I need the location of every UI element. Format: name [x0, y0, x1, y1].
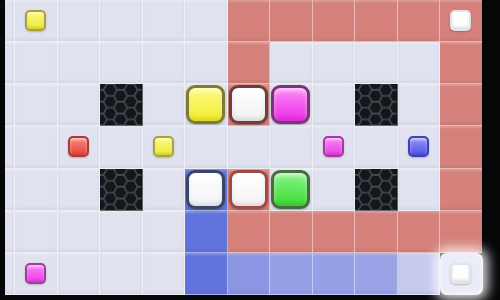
cell-r6-c6 — [228, 253, 271, 295]
board-grid — [5, 0, 483, 295]
cell-r6-c5 — [185, 253, 228, 295]
small-magenta-tile[interactable] — [323, 136, 344, 157]
cell-r6-c1 — [15, 253, 58, 295]
cell-r5-c9 — [355, 211, 398, 253]
cell-r2-c6 — [228, 84, 271, 126]
large-magenta-tile[interactable] — [271, 85, 310, 124]
cell-r3-c7 — [270, 126, 313, 168]
cell-r4-c8 — [313, 169, 356, 211]
cell-r5-c4 — [143, 211, 186, 253]
cell-r2-c0 — [5, 84, 15, 126]
cell-r0-c2 — [58, 0, 101, 42]
cell-r3-c9 — [355, 126, 398, 168]
game-screen — [0, 0, 500, 300]
cell-r6-c4 — [143, 253, 186, 295]
cell-r3-c11 — [440, 126, 483, 168]
cell-r3-c1 — [15, 126, 58, 168]
small-yellow-tile[interactable] — [25, 10, 46, 31]
cell-r2-c8 — [313, 84, 356, 126]
cell-r1-c4 — [143, 42, 186, 84]
cell-r4-c11 — [440, 169, 483, 211]
left-frame-bar — [0, 0, 5, 300]
cell-r5-c11 — [440, 211, 483, 253]
cell-r3-c10 — [398, 126, 441, 168]
cell-r0-c9 — [355, 0, 398, 42]
cell-r6-c9 — [355, 253, 398, 295]
large-white-red-tile[interactable] — [229, 170, 268, 209]
cell-r1-c2 — [58, 42, 101, 84]
cell-r6-c7 — [270, 253, 313, 295]
cell-r4-c0 — [5, 169, 15, 211]
cell-r0-c10 — [398, 0, 441, 42]
cell-r6-c0 — [5, 253, 15, 295]
cell-r5-c7 — [270, 211, 313, 253]
cell-r5-c10 — [398, 211, 441, 253]
cell-r2-c10 — [398, 84, 441, 126]
cell-r0-c1 — [15, 0, 58, 42]
cell-r5-c3 — [100, 211, 143, 253]
cell-r5-c5 — [185, 211, 228, 253]
cell-r0-c7 — [270, 0, 313, 42]
cell-r1-c9 — [355, 42, 398, 84]
cell-r4-c5 — [185, 169, 228, 211]
cell-r1-c10 — [398, 42, 441, 84]
cell-r6-c2 — [58, 253, 101, 295]
cell-r2-c7 — [270, 84, 313, 126]
cell-r0-c4 — [143, 0, 186, 42]
wall-block-r4-c3 — [100, 169, 143, 211]
small-yellow-tile[interactable] — [153, 136, 174, 157]
cell-r2-c5 — [185, 84, 228, 126]
goal-cell — [440, 253, 483, 295]
cell-r4-c7 — [270, 169, 313, 211]
cell-r0-c3 — [100, 0, 143, 42]
wall-block-r2-c9 — [355, 84, 398, 126]
cell-r3-c5 — [185, 126, 228, 168]
large-white-dark-tile[interactable] — [229, 85, 268, 124]
wall-block-r4-c9 — [355, 169, 398, 211]
wall-block-r2-c3 — [100, 84, 143, 126]
cell-r2-c1 — [15, 84, 58, 126]
cell-r6-c3 — [100, 253, 143, 295]
right-frame-bar — [482, 0, 500, 300]
cell-r3-c8 — [313, 126, 356, 168]
cell-r2-c4 — [143, 84, 186, 126]
large-green-tile[interactable] — [271, 170, 310, 209]
cell-r5-c6 — [228, 211, 271, 253]
cell-r3-c0 — [5, 126, 15, 168]
cell-r4-c4 — [143, 169, 186, 211]
cell-r4-c6 — [228, 169, 271, 211]
cell-r1-c3 — [100, 42, 143, 84]
cell-r1-c6 — [228, 42, 271, 84]
cell-r3-c2 — [58, 126, 101, 168]
cell-r0-c0 — [5, 0, 15, 42]
cell-r1-c7 — [270, 42, 313, 84]
small-blue-tile[interactable] — [408, 136, 429, 157]
cell-r1-c11 — [440, 42, 483, 84]
cell-r4-c10 — [398, 169, 441, 211]
cell-r0-c8 — [313, 0, 356, 42]
cell-r1-c5 — [185, 42, 228, 84]
small-white-tile[interactable] — [450, 263, 471, 284]
small-red-tile[interactable] — [68, 136, 89, 157]
cell-r3-c4 — [143, 126, 186, 168]
cell-r0-c6 — [228, 0, 271, 42]
cell-r1-c1 — [15, 42, 58, 84]
bottom-frame-bar — [0, 295, 500, 300]
large-white-navy-tile[interactable] — [186, 170, 225, 209]
cell-r0-c5 — [185, 0, 228, 42]
small-white-tile[interactable] — [450, 10, 471, 31]
cell-r5-c2 — [58, 211, 101, 253]
cell-r6-c10 — [398, 253, 441, 295]
cell-r1-c8 — [313, 42, 356, 84]
cell-r4-c2 — [58, 169, 101, 211]
cell-r3-c6 — [228, 126, 271, 168]
cell-r1-c0 — [5, 42, 15, 84]
cell-r5-c8 — [313, 211, 356, 253]
small-magenta-tile[interactable] — [25, 263, 46, 284]
large-yellow-tile[interactable] — [186, 85, 225, 124]
cell-r3-c3 — [100, 126, 143, 168]
cell-r4-c1 — [15, 169, 58, 211]
cell-r5-c1 — [15, 211, 58, 253]
cell-r2-c2 — [58, 84, 101, 126]
cell-r6-c8 — [313, 253, 356, 295]
cell-r2-c11 — [440, 84, 483, 126]
cell-r0-c11 — [440, 0, 483, 42]
cell-r5-c0 — [5, 211, 15, 253]
